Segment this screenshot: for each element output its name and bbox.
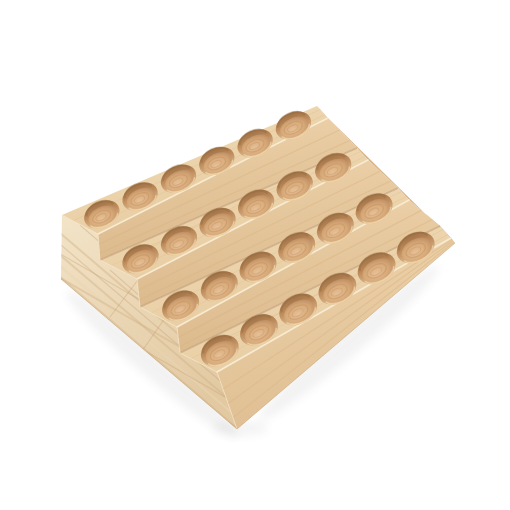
mancala-board-photo xyxy=(0,0,510,510)
product-photo-stage xyxy=(0,0,510,510)
